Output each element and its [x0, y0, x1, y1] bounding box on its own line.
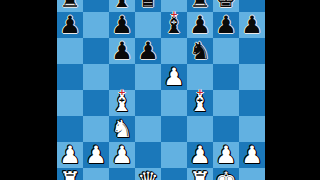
white-queen-d1: ♛: [135, 168, 161, 180]
black-knight-f6: ♞: [187, 38, 213, 64]
square-g1[interactable]: ♚: [213, 168, 239, 180]
chess-board: ♜♝+♛♜♚♟♟♝+♟♟♟♟♟♞♟♝+♝+♞♟♟♟♟♟♟♜♛♜♚: [57, 0, 265, 180]
square-b1[interactable]: [83, 168, 109, 180]
square-h6[interactable]: [239, 38, 265, 64]
square-e1[interactable]: [161, 168, 187, 180]
black-pawn-h7: ♟: [239, 12, 265, 38]
square-c7[interactable]: ♟: [109, 12, 135, 38]
square-a5[interactable]: [57, 64, 83, 90]
white-pawn-e5: ♟: [161, 64, 187, 90]
black-queen-d8: ♛: [135, 0, 161, 12]
square-a4[interactable]: [57, 90, 83, 116]
square-b2[interactable]: ♟: [83, 142, 109, 168]
square-d7[interactable]: [135, 12, 161, 38]
square-d3[interactable]: [135, 116, 161, 142]
black-pawn-c6: ♟: [109, 38, 135, 64]
square-h7[interactable]: ♟: [239, 12, 265, 38]
square-d8[interactable]: ♛: [135, 0, 161, 12]
square-h4[interactable]: [239, 90, 265, 116]
square-c4[interactable]: ♝+: [109, 90, 135, 116]
square-h5[interactable]: [239, 64, 265, 90]
square-a1[interactable]: ♜: [57, 168, 83, 180]
square-h3[interactable]: [239, 116, 265, 142]
square-a2[interactable]: ♟: [57, 142, 83, 168]
square-e5[interactable]: ♟: [161, 64, 187, 90]
square-f5[interactable]: [187, 64, 213, 90]
white-rook-f1: ♜: [187, 168, 213, 180]
square-f1[interactable]: ♜: [187, 168, 213, 180]
square-a7[interactable]: ♟: [57, 12, 83, 38]
square-d2[interactable]: [135, 142, 161, 168]
square-c5[interactable]: [109, 64, 135, 90]
white-pawn-g2: ♟: [213, 142, 239, 168]
square-a3[interactable]: [57, 116, 83, 142]
square-g5[interactable]: [213, 64, 239, 90]
white-pawn-c2: ♟: [109, 142, 135, 168]
white-bishop-f4: ♝: [187, 90, 213, 116]
square-h2[interactable]: ♟: [239, 142, 265, 168]
square-b3[interactable]: [83, 116, 109, 142]
square-a6[interactable]: [57, 38, 83, 64]
square-e6[interactable]: [161, 38, 187, 64]
black-pawn-a7: ♟: [57, 12, 83, 38]
square-h1[interactable]: [239, 168, 265, 180]
square-g3[interactable]: [213, 116, 239, 142]
square-g4[interactable]: [213, 90, 239, 116]
black-pawn-d6: ♟: [135, 38, 161, 64]
square-e7[interactable]: ♝+: [161, 12, 187, 38]
white-knight-c3: ♞: [109, 116, 135, 142]
white-king-g1: ♚: [213, 168, 239, 180]
square-c2[interactable]: ♟: [109, 142, 135, 168]
white-rook-a1: ♜: [57, 168, 83, 180]
square-f6[interactable]: ♞: [187, 38, 213, 64]
black-pawn-f7: ♟: [187, 12, 213, 38]
square-f3[interactable]: [187, 116, 213, 142]
square-e4[interactable]: [161, 90, 187, 116]
white-bishop-c4: ♝: [109, 90, 135, 116]
square-f2[interactable]: ♟: [187, 142, 213, 168]
square-d1[interactable]: ♛: [135, 168, 161, 180]
square-d5[interactable]: [135, 64, 161, 90]
white-pawn-b2: ♟: [83, 142, 109, 168]
white-pawn-f2: ♟: [187, 142, 213, 168]
square-f4[interactable]: ♝+: [187, 90, 213, 116]
square-b8[interactable]: [83, 0, 109, 12]
video-frame: ♜♝+♛♜♚♟♟♝+♟♟♟♟♟♞♟♝+♝+♞♟♟♟♟♟♟♜♛♜♚: [0, 0, 320, 180]
square-b4[interactable]: [83, 90, 109, 116]
square-g6[interactable]: [213, 38, 239, 64]
white-pawn-h2: ♟: [239, 142, 265, 168]
square-b5[interactable]: [83, 64, 109, 90]
square-g2[interactable]: ♟: [213, 142, 239, 168]
square-d4[interactable]: [135, 90, 161, 116]
square-d6[interactable]: ♟: [135, 38, 161, 64]
square-e2[interactable]: [161, 142, 187, 168]
square-c6[interactable]: ♟: [109, 38, 135, 64]
square-c3[interactable]: ♞: [109, 116, 135, 142]
square-c1[interactable]: [109, 168, 135, 180]
square-g7[interactable]: ♟: [213, 12, 239, 38]
square-e3[interactable]: [161, 116, 187, 142]
square-f7[interactable]: ♟: [187, 12, 213, 38]
square-b7[interactable]: [83, 12, 109, 38]
white-pawn-a2: ♟: [57, 142, 83, 168]
black-pawn-g7: ♟: [213, 12, 239, 38]
black-bishop-e7: ♝: [161, 12, 187, 38]
square-b6[interactable]: [83, 38, 109, 64]
black-pawn-c7: ♟: [109, 12, 135, 38]
